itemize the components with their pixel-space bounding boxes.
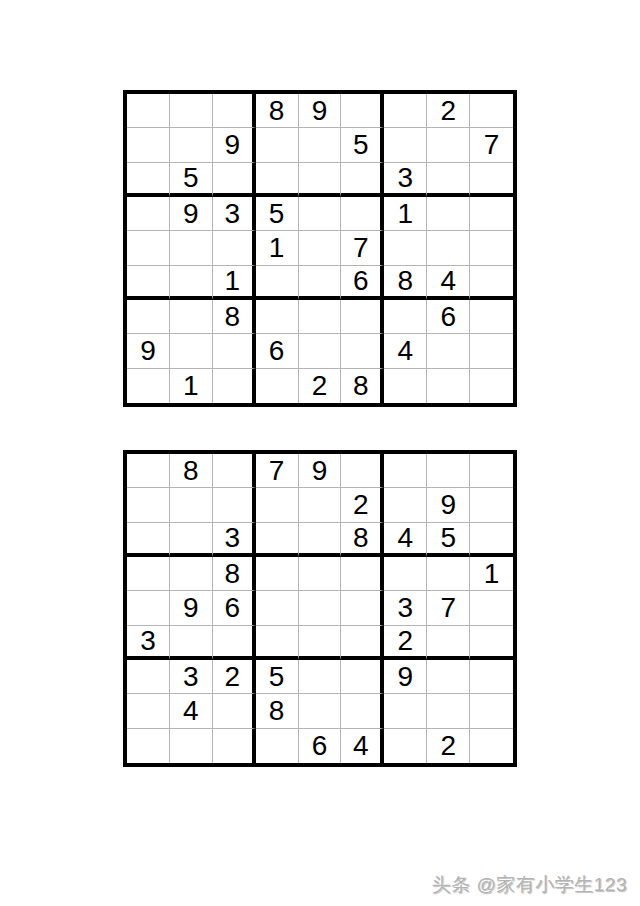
sudoku-cell-r1c4: 7 — [256, 454, 299, 488]
sudoku-cell-r1c6 — [341, 454, 384, 488]
sudoku-cell-r7c8 — [427, 660, 470, 694]
sudoku-cell-r8c5 — [299, 334, 342, 368]
sudoku-cell-r6c4 — [256, 626, 299, 660]
sudoku-cell-r7c1 — [127, 660, 170, 694]
sudoku-cell-r2c2 — [170, 128, 213, 162]
sudoku-cell-r8c5 — [299, 694, 342, 728]
sudoku-cell-r9c8: 2 — [427, 729, 470, 763]
sudoku-cell-r1c6 — [341, 94, 384, 128]
sudoku-cell-r2c1 — [127, 128, 170, 162]
sudoku-cell-r1c9 — [470, 454, 513, 488]
sudoku-cell-r7c1 — [127, 300, 170, 334]
sudoku-cell-r4c5 — [299, 197, 342, 231]
sudoku-cell-r6c6: 6 — [341, 266, 384, 300]
sudoku-cell-r6c2 — [170, 626, 213, 660]
sudoku-cell-r6c3 — [213, 626, 256, 660]
sudoku-cell-r8c4: 6 — [256, 334, 299, 368]
sudoku-cell-r3c7: 3 — [384, 163, 427, 197]
sudoku-cell-r7c7 — [384, 300, 427, 334]
sudoku-cell-r1c5: 9 — [299, 454, 342, 488]
sudoku-cell-r7c4: 5 — [256, 660, 299, 694]
sudoku-cell-r8c3 — [213, 334, 256, 368]
sudoku-cell-r1c7 — [384, 94, 427, 128]
sudoku-cell-r4c1 — [127, 557, 170, 591]
sudoku-cell-r8c7: 4 — [384, 334, 427, 368]
sudoku-cell-r5c3: 6 — [213, 591, 256, 625]
sudoku-cell-r1c3 — [213, 454, 256, 488]
sudoku-cell-r6c5 — [299, 266, 342, 300]
sudoku-cell-r2c2 — [170, 488, 213, 522]
sudoku-cell-r2c3 — [213, 488, 256, 522]
sudoku-cell-r5c8 — [427, 231, 470, 265]
sudoku-cell-r7c7: 9 — [384, 660, 427, 694]
sudoku-cell-r6c6 — [341, 626, 384, 660]
sudoku-cell-r6c5 — [299, 626, 342, 660]
sudoku-cell-r7c2: 3 — [170, 660, 213, 694]
sudoku-cell-r2c9: 7 — [470, 128, 513, 162]
sudoku-cell-r5c9 — [470, 231, 513, 265]
sudoku-cell-r3c8 — [427, 163, 470, 197]
sudoku-cell-r7c5 — [299, 300, 342, 334]
sudoku-cell-r5c2: 9 — [170, 591, 213, 625]
sudoku-cell-r1c1 — [127, 454, 170, 488]
sudoku-cell-r6c7: 8 — [384, 266, 427, 300]
sudoku-cell-r1c5: 9 — [299, 94, 342, 128]
sudoku-cell-r7c9 — [470, 300, 513, 334]
sudoku-cell-r4c4: 5 — [256, 197, 299, 231]
sudoku-cell-r6c4 — [256, 266, 299, 300]
sudoku-cell-r1c2: 8 — [170, 454, 213, 488]
sudoku-cell-r2c1 — [127, 488, 170, 522]
sudoku-board-top: 89295753935117168486964128 — [123, 90, 517, 407]
sudoku-cell-r3c3 — [213, 163, 256, 197]
sudoku-cell-r3c9 — [470, 163, 513, 197]
sudoku-cell-r3c4 — [256, 523, 299, 557]
sudoku-cell-r4c7 — [384, 557, 427, 591]
sudoku-cell-r5c5 — [299, 591, 342, 625]
sudoku-cell-r3c6 — [341, 163, 384, 197]
sudoku-board-bottom: 87929384581963732325948642 — [123, 450, 517, 767]
sudoku-cell-r2c7 — [384, 488, 427, 522]
sudoku-cell-r9c6: 8 — [341, 369, 384, 403]
sudoku-cell-r4c9: 1 — [470, 557, 513, 591]
sudoku-cell-r3c8: 5 — [427, 523, 470, 557]
sudoku-cell-r5c6 — [341, 591, 384, 625]
sudoku-cell-r7c6 — [341, 300, 384, 334]
sudoku-cell-r7c5 — [299, 660, 342, 694]
sudoku-cell-r2c6: 2 — [341, 488, 384, 522]
sudoku-cell-r8c1: 9 — [127, 334, 170, 368]
sudoku-cell-r5c9 — [470, 591, 513, 625]
sudoku-cell-r8c9 — [470, 334, 513, 368]
sudoku-cell-r2c7 — [384, 128, 427, 162]
sudoku-cell-r9c3 — [213, 369, 256, 403]
sudoku-cell-r9c7 — [384, 729, 427, 763]
sudoku-cell-r4c1 — [127, 197, 170, 231]
sudoku-cell-r8c3 — [213, 694, 256, 728]
sudoku-cell-r9c5: 2 — [299, 369, 342, 403]
sudoku-cell-r2c8 — [427, 128, 470, 162]
sudoku-cell-r5c1 — [127, 591, 170, 625]
sudoku-cell-r9c9 — [470, 369, 513, 403]
sudoku-cell-r5c6: 7 — [341, 231, 384, 265]
sudoku-cell-r3c9 — [470, 523, 513, 557]
sudoku-cell-r4c6 — [341, 197, 384, 231]
sudoku-cell-r9c6: 4 — [341, 729, 384, 763]
sudoku-cell-r9c9 — [470, 729, 513, 763]
sudoku-cell-r7c4 — [256, 300, 299, 334]
sudoku-cell-r3c1 — [127, 523, 170, 557]
sudoku-cell-r5c4 — [256, 591, 299, 625]
sudoku-cell-r3c2: 5 — [170, 163, 213, 197]
sudoku-cell-r5c7 — [384, 231, 427, 265]
sudoku-cell-r6c9 — [470, 626, 513, 660]
sudoku-cell-r9c1 — [127, 729, 170, 763]
sudoku-cell-r2c5 — [299, 128, 342, 162]
sudoku-cell-r4c7: 1 — [384, 197, 427, 231]
sudoku-cell-r1c4: 8 — [256, 94, 299, 128]
sudoku-cell-r2c5 — [299, 488, 342, 522]
sudoku-cell-r4c3: 3 — [213, 197, 256, 231]
sudoku-cell-r6c9 — [470, 266, 513, 300]
sudoku-cell-r3c7: 4 — [384, 523, 427, 557]
sudoku-cell-r8c1 — [127, 694, 170, 728]
sudoku-cell-r1c9 — [470, 94, 513, 128]
sudoku-cell-r9c2 — [170, 729, 213, 763]
sudoku-cell-r7c6 — [341, 660, 384, 694]
sudoku-cell-r7c8: 6 — [427, 300, 470, 334]
sudoku-cell-r8c6 — [341, 694, 384, 728]
sudoku-cell-r6c8: 4 — [427, 266, 470, 300]
sudoku-cell-r8c2: 4 — [170, 694, 213, 728]
sudoku-cell-r2c9 — [470, 488, 513, 522]
sudoku-cell-r8c6 — [341, 334, 384, 368]
sudoku-cell-r5c5 — [299, 231, 342, 265]
sudoku-cell-r1c7 — [384, 454, 427, 488]
sudoku-cell-r5c8: 7 — [427, 591, 470, 625]
sudoku-cell-r8c8 — [427, 334, 470, 368]
sudoku-cell-r7c3: 2 — [213, 660, 256, 694]
sudoku-cell-r5c4: 1 — [256, 231, 299, 265]
sudoku-cell-r4c9 — [470, 197, 513, 231]
sudoku-cell-r8c2 — [170, 334, 213, 368]
sudoku-cell-r3c5 — [299, 523, 342, 557]
sudoku-cell-r9c4 — [256, 729, 299, 763]
sudoku-cell-r6c1 — [127, 266, 170, 300]
watermark-text: 头条 @家有小学生123 — [432, 872, 627, 898]
sudoku-cell-r9c4 — [256, 369, 299, 403]
sudoku-cell-r6c8 — [427, 626, 470, 660]
sudoku-cell-r3c3: 3 — [213, 523, 256, 557]
sudoku-cell-r6c3: 1 — [213, 266, 256, 300]
sudoku-cell-r9c1 — [127, 369, 170, 403]
sudoku-cell-r3c5 — [299, 163, 342, 197]
sudoku-cell-r9c5: 6 — [299, 729, 342, 763]
sudoku-cell-r6c7: 2 — [384, 626, 427, 660]
sudoku-cell-r9c2: 1 — [170, 369, 213, 403]
sudoku-cell-r7c2 — [170, 300, 213, 334]
sudoku-cell-r4c8 — [427, 197, 470, 231]
sudoku-cell-r8c7 — [384, 694, 427, 728]
sudoku-cell-r2c8: 9 — [427, 488, 470, 522]
sudoku-cell-r1c2 — [170, 94, 213, 128]
sudoku-cell-r7c3: 8 — [213, 300, 256, 334]
sudoku-cell-r5c1 — [127, 231, 170, 265]
sudoku-cell-r2c4 — [256, 488, 299, 522]
sudoku-cell-r3c6: 8 — [341, 523, 384, 557]
sudoku-cell-r4c2: 9 — [170, 197, 213, 231]
sudoku-cell-r4c4 — [256, 557, 299, 591]
sudoku-cell-r7c9 — [470, 660, 513, 694]
sudoku-cell-r6c2 — [170, 266, 213, 300]
sudoku-cell-r1c3 — [213, 94, 256, 128]
sudoku-cell-r9c8 — [427, 369, 470, 403]
sudoku-cell-r8c9 — [470, 694, 513, 728]
sudoku-cell-r9c7 — [384, 369, 427, 403]
sudoku-cell-r5c2 — [170, 231, 213, 265]
sudoku-cell-r1c8 — [427, 454, 470, 488]
sudoku-cell-r3c1 — [127, 163, 170, 197]
sudoku-cell-r4c6 — [341, 557, 384, 591]
sudoku-cell-r3c4 — [256, 163, 299, 197]
sudoku-cell-r4c2 — [170, 557, 213, 591]
sudoku-cell-r5c7: 3 — [384, 591, 427, 625]
sudoku-cell-r9c3 — [213, 729, 256, 763]
sudoku-cell-r8c8 — [427, 694, 470, 728]
sudoku-cell-r2c6: 5 — [341, 128, 384, 162]
sudoku-cell-r2c4 — [256, 128, 299, 162]
sudoku-cell-r8c4: 8 — [256, 694, 299, 728]
sudoku-cell-r5c3 — [213, 231, 256, 265]
sudoku-cell-r3c2 — [170, 523, 213, 557]
sudoku-worksheet-page: 89295753935117168486964128 8792938458196… — [0, 0, 640, 906]
sudoku-cell-r4c5 — [299, 557, 342, 591]
sudoku-cell-r4c3: 8 — [213, 557, 256, 591]
sudoku-cell-r4c8 — [427, 557, 470, 591]
sudoku-cell-r1c1 — [127, 94, 170, 128]
sudoku-cell-r6c1: 3 — [127, 626, 170, 660]
sudoku-cell-r1c8: 2 — [427, 94, 470, 128]
sudoku-cell-r2c3: 9 — [213, 128, 256, 162]
